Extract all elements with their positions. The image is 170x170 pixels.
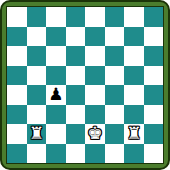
square-d4[interactable] (66, 85, 86, 105)
square-h7[interactable] (144, 27, 164, 47)
square-a4[interactable] (7, 85, 27, 105)
square-d2[interactable] (66, 124, 86, 144)
square-g7[interactable] (124, 27, 144, 47)
square-b3[interactable] (27, 105, 47, 125)
square-b7[interactable] (27, 27, 47, 47)
square-f3[interactable] (105, 105, 125, 125)
square-f4[interactable] (105, 85, 125, 105)
white-rook-icon: ♜ (126, 124, 141, 144)
square-f5[interactable] (105, 66, 125, 86)
square-h8[interactable] (144, 7, 164, 27)
chess-board: ♟♜♚♜ (6, 6, 164, 164)
square-c7[interactable] (46, 27, 66, 47)
square-a5[interactable] (7, 66, 27, 86)
square-f6[interactable] (105, 46, 125, 66)
square-d7[interactable] (66, 27, 86, 47)
square-b5[interactable] (27, 66, 47, 86)
white-king-icon: ♚ (87, 124, 102, 144)
square-g4[interactable] (124, 85, 144, 105)
square-e3[interactable] (85, 105, 105, 125)
square-h5[interactable] (144, 66, 164, 86)
square-a7[interactable] (7, 27, 27, 47)
square-b6[interactable] (27, 46, 47, 66)
square-g6[interactable] (124, 46, 144, 66)
square-b4[interactable] (27, 85, 47, 105)
square-g5[interactable] (124, 66, 144, 86)
square-d1[interactable] (66, 144, 86, 164)
square-c1[interactable] (46, 144, 66, 164)
square-h4[interactable] (144, 85, 164, 105)
square-a1[interactable] (7, 144, 27, 164)
square-e8[interactable] (85, 7, 105, 27)
square-f7[interactable] (105, 27, 125, 47)
square-e7[interactable] (85, 27, 105, 47)
square-a2[interactable] (7, 124, 27, 144)
square-g3[interactable] (124, 105, 144, 125)
square-h6[interactable] (144, 46, 164, 66)
square-e2[interactable]: ♚ (85, 124, 105, 144)
square-d5[interactable] (66, 66, 86, 86)
page: ♟♜♚♜ (0, 0, 170, 170)
square-a6[interactable] (7, 46, 27, 66)
square-b8[interactable] (27, 7, 47, 27)
square-f1[interactable] (105, 144, 125, 164)
square-d8[interactable] (66, 7, 86, 27)
square-b2[interactable]: ♜ (27, 124, 47, 144)
square-f2[interactable] (105, 124, 125, 144)
square-c6[interactable] (46, 46, 66, 66)
square-g2[interactable]: ♜ (124, 124, 144, 144)
square-e6[interactable] (85, 46, 105, 66)
square-h2[interactable] (144, 124, 164, 144)
square-c3[interactable] (46, 105, 66, 125)
square-f8[interactable] (105, 7, 125, 27)
square-d3[interactable] (66, 105, 86, 125)
square-a3[interactable] (7, 105, 27, 125)
square-b1[interactable] (27, 144, 47, 164)
black-pawn-icon: ♟ (48, 85, 63, 105)
square-d6[interactable] (66, 46, 86, 66)
square-h1[interactable] (144, 144, 164, 164)
square-g1[interactable] (124, 144, 144, 164)
square-g8[interactable] (124, 7, 144, 27)
square-e5[interactable] (85, 66, 105, 86)
square-c2[interactable] (46, 124, 66, 144)
square-e1[interactable] (85, 144, 105, 164)
square-h3[interactable] (144, 105, 164, 125)
square-c5[interactable] (46, 66, 66, 86)
square-c4[interactable]: ♟ (46, 85, 66, 105)
square-a8[interactable] (7, 7, 27, 27)
board-frame: ♟♜♚♜ (0, 0, 170, 170)
square-c8[interactable] (46, 7, 66, 27)
white-rook-icon: ♜ (29, 124, 44, 144)
square-e4[interactable] (85, 85, 105, 105)
